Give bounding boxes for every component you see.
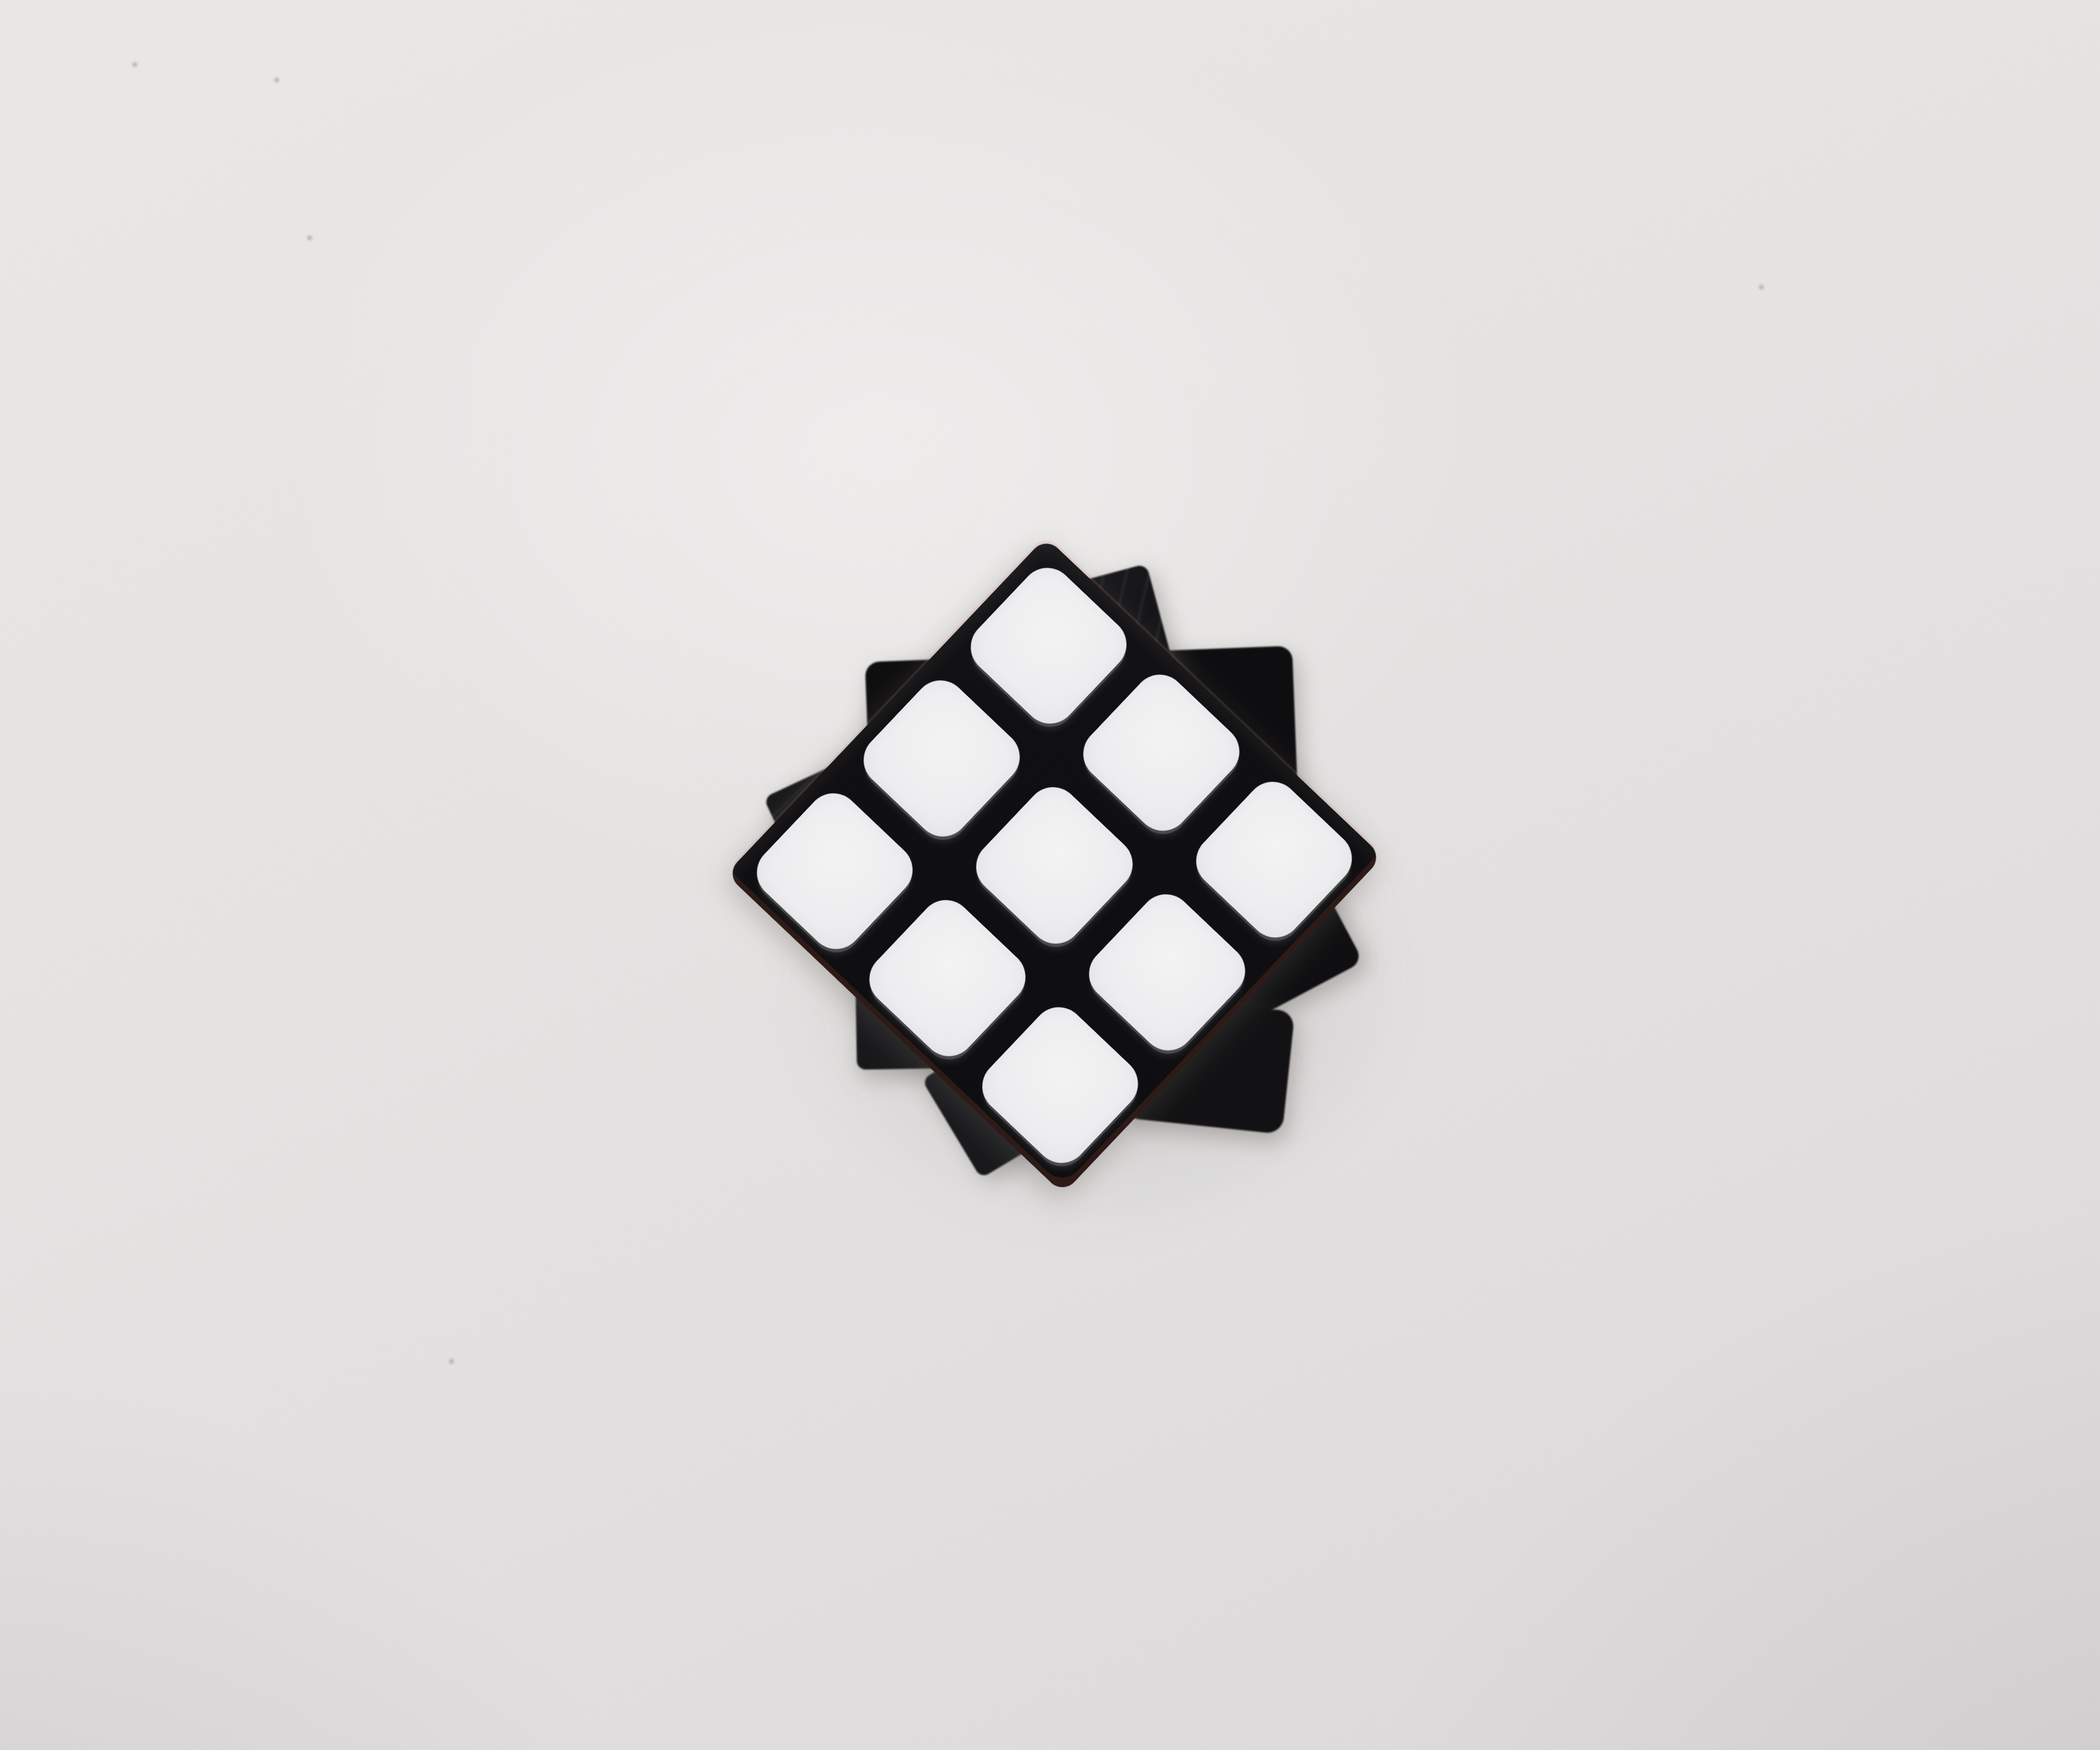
dust-speck-0 (133, 62, 137, 67)
sticker-r1c1 (966, 777, 1143, 954)
photo-stage (0, 0, 2100, 1750)
dust-speck-3 (1759, 285, 1764, 289)
dust-speck-1 (275, 78, 279, 82)
dust-speck-2 (307, 236, 312, 240)
rubiks-cube (0, 0, 2100, 1750)
dust-speck-4 (449, 1359, 454, 1364)
